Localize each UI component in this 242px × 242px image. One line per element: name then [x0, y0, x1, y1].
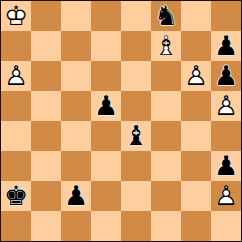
square-h7[interactable]: ♟	[211, 31, 241, 61]
black-knight: ♞	[151, 1, 181, 31]
white-pawn: ♟♙	[1, 61, 31, 91]
square-g6[interactable]: ♟♙	[181, 61, 211, 91]
square-g3[interactable]	[181, 151, 211, 181]
pawn-glyph: ♟	[91, 91, 121, 121]
square-e6[interactable]	[121, 61, 151, 91]
square-e2[interactable]	[121, 181, 151, 211]
square-e7[interactable]	[121, 31, 151, 61]
square-c6[interactable]	[61, 61, 91, 91]
king-outline-glyph: ♔	[1, 1, 31, 31]
square-b5[interactable]	[31, 91, 61, 121]
white-bishop: ♝♗	[151, 31, 181, 61]
square-h1[interactable]	[211, 211, 241, 241]
square-a8[interactable]: ♚♔	[1, 1, 31, 31]
square-f2[interactable]	[151, 181, 181, 211]
square-g4[interactable]	[181, 121, 211, 151]
square-a3[interactable]	[1, 151, 31, 181]
square-b4[interactable]	[31, 121, 61, 151]
square-g5[interactable]	[181, 91, 211, 121]
square-b2[interactable]	[31, 181, 61, 211]
black-pawn: ♟	[61, 181, 91, 211]
square-g7[interactable]	[181, 31, 211, 61]
square-c7[interactable]	[61, 31, 91, 61]
square-g1[interactable]	[181, 211, 211, 241]
square-b7[interactable]	[31, 31, 61, 61]
white-pawn: ♟♙	[211, 181, 241, 211]
pawn-outline-glyph: ♙	[181, 61, 211, 91]
square-d5[interactable]: ♟	[91, 91, 121, 121]
white-pawn: ♟♙	[211, 91, 241, 121]
square-b1[interactable]	[31, 211, 61, 241]
square-h6[interactable]: ♟	[211, 61, 241, 91]
square-b6[interactable]	[31, 61, 61, 91]
square-d4[interactable]	[91, 121, 121, 151]
square-e8[interactable]	[121, 1, 151, 31]
knight-glyph: ♞	[151, 1, 181, 31]
white-pawn: ♟♙	[181, 61, 211, 91]
square-d7[interactable]	[91, 31, 121, 61]
square-c8[interactable]	[61, 1, 91, 31]
square-f7[interactable]: ♝♗	[151, 31, 181, 61]
square-d2[interactable]	[91, 181, 121, 211]
square-a1[interactable]	[1, 211, 31, 241]
pawn-outline-glyph: ♙	[211, 181, 241, 211]
bishop-glyph: ♝	[121, 121, 151, 151]
square-a6[interactable]: ♟♙	[1, 61, 31, 91]
square-c5[interactable]	[61, 91, 91, 121]
square-e5[interactable]	[121, 91, 151, 121]
square-h2[interactable]: ♟♙	[211, 181, 241, 211]
square-f3[interactable]	[151, 151, 181, 181]
black-bishop: ♝	[121, 121, 151, 151]
square-a7[interactable]	[1, 31, 31, 61]
square-h5[interactable]: ♟♙	[211, 91, 241, 121]
square-e1[interactable]	[121, 211, 151, 241]
square-f8[interactable]: ♞	[151, 1, 181, 31]
square-a4[interactable]	[1, 121, 31, 151]
square-b8[interactable]	[31, 1, 61, 31]
black-pawn: ♟	[91, 91, 121, 121]
square-b3[interactable]	[31, 151, 61, 181]
pawn-glyph: ♟	[211, 61, 241, 91]
black-pawn: ♟	[211, 151, 241, 181]
square-e3[interactable]	[121, 151, 151, 181]
pawn-outline-glyph: ♙	[211, 91, 241, 121]
pawn-glyph: ♟	[211, 151, 241, 181]
square-h3[interactable]: ♟	[211, 151, 241, 181]
square-h4[interactable]	[211, 121, 241, 151]
square-c3[interactable]	[61, 151, 91, 181]
square-c1[interactable]	[61, 211, 91, 241]
black-king: ♚	[1, 181, 31, 211]
square-c4[interactable]	[61, 121, 91, 151]
chess-board: ♚♔♞♝♗♟♟♙♟♙♟♟♟♙♝♟♚♟♟♙	[0, 0, 242, 242]
king-glyph: ♚	[1, 181, 31, 211]
square-a5[interactable]	[1, 91, 31, 121]
square-d1[interactable]	[91, 211, 121, 241]
square-f5[interactable]	[151, 91, 181, 121]
square-d3[interactable]	[91, 151, 121, 181]
square-d6[interactable]	[91, 61, 121, 91]
white-king: ♚♔	[1, 1, 31, 31]
square-c2[interactable]: ♟	[61, 181, 91, 211]
square-a2[interactable]: ♚	[1, 181, 31, 211]
square-f4[interactable]	[151, 121, 181, 151]
square-e4[interactable]: ♝	[121, 121, 151, 151]
pawn-glyph: ♟	[211, 31, 241, 61]
pawn-glyph: ♟	[61, 181, 91, 211]
square-g8[interactable]	[181, 1, 211, 31]
square-d8[interactable]	[91, 1, 121, 31]
square-g2[interactable]	[181, 181, 211, 211]
square-h8[interactable]	[211, 1, 241, 31]
square-f1[interactable]	[151, 211, 181, 241]
black-pawn: ♟	[211, 31, 241, 61]
bishop-outline-glyph: ♗	[151, 31, 181, 61]
square-f6[interactable]	[151, 61, 181, 91]
pawn-outline-glyph: ♙	[1, 61, 31, 91]
black-pawn: ♟	[211, 61, 241, 91]
